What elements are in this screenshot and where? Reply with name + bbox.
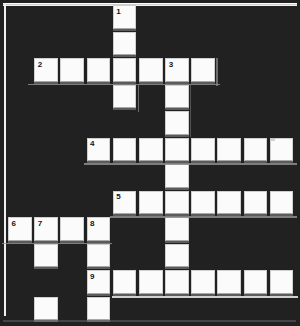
block-cell: [269, 110, 295, 137]
block-cell: [138, 110, 164, 137]
block-cell: [216, 4, 242, 31]
block-cell: [216, 163, 242, 190]
cell-face[interactable]: [191, 270, 215, 294]
block-cell: [164, 31, 190, 58]
block-cell: [216, 216, 242, 243]
cell-face[interactable]: [113, 270, 137, 294]
grid-cell-r0c4[interactable]: 1: [112, 4, 138, 31]
grid-cell-r9c6[interactable]: [164, 243, 190, 270]
block-cell: [269, 216, 295, 243]
block-cell: [190, 4, 216, 31]
grid-cell-r8c6[interactable]: [164, 216, 190, 243]
block-cell: [33, 110, 59, 137]
block-cell: [33, 137, 59, 164]
cell-face[interactable]: [191, 191, 215, 215]
block-cell: [269, 163, 295, 190]
grid-cell-r11c3[interactable]: [86, 296, 112, 323]
grid-cell-r2c3[interactable]: [86, 57, 112, 84]
cell-face[interactable]: 7: [34, 217, 58, 241]
grid-cell-r3c6[interactable]: [164, 84, 190, 111]
block-cell: [164, 296, 190, 323]
block-cell: [59, 163, 85, 190]
block-cell: [269, 296, 295, 323]
grid-cell-r7c7[interactable]: [190, 190, 216, 217]
grid-cell-r2c1[interactable]: 2: [33, 57, 59, 84]
clue-number-4: 4: [90, 139, 94, 148]
grid-cell-r5c3[interactable]: 4: [86, 137, 112, 164]
clue-number-5: 5: [116, 192, 120, 201]
clue-number-1: 1: [116, 7, 120, 16]
cell-face[interactable]: [87, 297, 111, 321]
cell-face[interactable]: [60, 217, 84, 241]
cell-face[interactable]: [191, 138, 215, 162]
block-cell: [7, 163, 33, 190]
scan-hairline-row8: [2, 243, 112, 245]
block-cell: [7, 296, 33, 323]
block-cell: [243, 110, 269, 137]
block-cell: [112, 163, 138, 190]
cell-face[interactable]: [165, 111, 189, 135]
grid-cell-r7c5[interactable]: [138, 190, 164, 217]
block-cell: [33, 4, 59, 31]
cell-face[interactable]: [139, 138, 163, 162]
grid-cell-r5c9[interactable]: [243, 137, 269, 164]
grid-cell-r8c0[interactable]: 6: [7, 216, 33, 243]
block-cell: [138, 163, 164, 190]
cell-face[interactable]: [139, 191, 163, 215]
cell-face[interactable]: 2: [34, 58, 58, 82]
block-cell: [243, 216, 269, 243]
grid-cell-r9c1[interactable]: [33, 243, 59, 270]
cell-face[interactable]: 8: [87, 217, 111, 241]
cell-face[interactable]: 4: [87, 138, 111, 162]
block-cell: [86, 84, 112, 111]
grid-cell-r7c6[interactable]: [164, 190, 190, 217]
block-cell: [243, 4, 269, 31]
block-cell: [59, 243, 85, 270]
grid-cell-r2c2[interactable]: [59, 57, 85, 84]
cell-face[interactable]: 6: [8, 217, 32, 241]
block-cell: [243, 57, 269, 84]
grid-cell-r1c4[interactable]: [112, 31, 138, 58]
block-cell: [190, 243, 216, 270]
grid-cell-r10c4[interactable]: [112, 269, 138, 296]
block-cell: [243, 31, 269, 58]
cell-face[interactable]: [244, 270, 268, 294]
cell-face[interactable]: [165, 244, 189, 268]
block-cell: [86, 4, 112, 31]
grid-cell-r10c8[interactable]: [216, 269, 242, 296]
cell-face[interactable]: [87, 58, 111, 82]
scan-smudge: [271, 138, 275, 141]
block-cell: [138, 216, 164, 243]
block-cell: [138, 4, 164, 31]
cell-face[interactable]: [165, 270, 189, 294]
cell-face[interactable]: [244, 138, 268, 162]
puzzle-frame-left: [4, 3, 6, 316]
cell-face[interactable]: 9: [87, 270, 111, 294]
cell-face[interactable]: [244, 191, 268, 215]
cell-face[interactable]: [191, 58, 215, 82]
block-cell: [269, 243, 295, 270]
grid-cell-r7c9[interactable]: [243, 190, 269, 217]
grid-cell-r10c3[interactable]: 9: [86, 269, 112, 296]
cell-face[interactable]: [139, 270, 163, 294]
block-cell: [138, 243, 164, 270]
block-cell: [112, 296, 138, 323]
block-cell: [59, 4, 85, 31]
block-cell: [269, 31, 295, 58]
scan-hairline-col6: [190, 85, 192, 137]
cell-face[interactable]: [165, 138, 189, 162]
block-cell: [216, 31, 242, 58]
cell-face[interactable]: 5: [113, 191, 137, 215]
cell-face[interactable]: [165, 164, 189, 188]
cell-face[interactable]: [270, 191, 294, 215]
cell-face[interactable]: [113, 32, 137, 56]
block-cell: [7, 84, 33, 111]
block-cell: [269, 57, 295, 84]
block-cell: [86, 190, 112, 217]
grid-cell-r2c7[interactable]: [190, 57, 216, 84]
cell-face[interactable]: [165, 85, 189, 109]
grid-cell-r2c6[interactable]: 3: [164, 57, 190, 84]
grid-cell-r7c10[interactable]: [269, 190, 295, 217]
block-cell: [86, 110, 112, 137]
grid-cell-r6c6[interactable]: [164, 163, 190, 190]
block-cell: [190, 84, 216, 111]
block-cell: [7, 243, 33, 270]
block-cell: [190, 296, 216, 323]
clue-number-6: 6: [12, 219, 16, 228]
block-cell: [269, 84, 295, 111]
block-cell: [33, 31, 59, 58]
grid-cell-r11c1[interactable]: [33, 296, 59, 323]
block-cell: [59, 190, 85, 217]
clue-number-7: 7: [38, 219, 42, 228]
block-cell: [243, 296, 269, 323]
block-cell: [33, 84, 59, 111]
block-cell: [33, 269, 59, 296]
grid-cell-r7c8[interactable]: [216, 190, 242, 217]
block-cell: [243, 84, 269, 111]
cell-face[interactable]: [113, 85, 137, 109]
cell-face[interactable]: [217, 191, 241, 215]
block-cell: [86, 31, 112, 58]
block-cell: [59, 84, 85, 111]
clue-number-2: 2: [38, 60, 42, 69]
block-cell: [190, 110, 216, 137]
scan-hairline-row7: [110, 216, 297, 218]
cell-face[interactable]: [165, 191, 189, 215]
block-cell: [138, 31, 164, 58]
block-cell: [243, 163, 269, 190]
block-cell: [190, 216, 216, 243]
block-cell: [190, 31, 216, 58]
block-cell: [7, 31, 33, 58]
block-cell: [216, 57, 242, 84]
block-cell: [112, 216, 138, 243]
block-cell: [216, 243, 242, 270]
block-cell: [190, 163, 216, 190]
grid-cell-r5c7[interactable]: [190, 137, 216, 164]
block-cell: [59, 269, 85, 296]
block-cell: [243, 243, 269, 270]
clue-number-3: 3: [169, 60, 173, 69]
block-cell: [7, 190, 33, 217]
block-cell: [7, 110, 33, 137]
grid-cell-r3c4[interactable]: [112, 84, 138, 111]
block-cell: [86, 163, 112, 190]
cell-face[interactable]: [217, 270, 241, 294]
block-cell: [7, 269, 33, 296]
cell-face[interactable]: [139, 58, 163, 82]
block-cell: [7, 4, 33, 31]
block-cell: [164, 4, 190, 31]
grid-cell-r10c9[interactable]: [243, 269, 269, 296]
scan-hairline-row5: [84, 163, 297, 165]
block-cell: [112, 243, 138, 270]
grid-cell-r2c4[interactable]: [112, 57, 138, 84]
block-cell: [59, 110, 85, 137]
scan-hairline-col4: [138, 85, 140, 112]
block-cell: [216, 110, 242, 137]
grid-cell-r4c6[interactable]: [164, 110, 190, 137]
clue-number-9: 9: [90, 272, 94, 281]
grid-cell-r5c5[interactable]: [138, 137, 164, 164]
block-cell: [7, 57, 33, 84]
cell-face[interactable]: [165, 217, 189, 241]
crossword-puzzle-scan: 123456789: [0, 0, 300, 326]
cell-face[interactable]: [113, 138, 137, 162]
grid-cell-r5c8[interactable]: [216, 137, 242, 164]
grid-cell-r8c3[interactable]: 8: [86, 216, 112, 243]
scan-hairline-row10: [112, 296, 298, 298]
cell-face[interactable]: [34, 297, 58, 321]
grid-cell-r7c4[interactable]: 5: [112, 190, 138, 217]
block-cell: [7, 137, 33, 164]
cell-face[interactable]: [217, 138, 241, 162]
block-cell: [138, 296, 164, 323]
scan-hairline-row2: [28, 84, 220, 86]
grid-cell-r10c6[interactable]: [164, 269, 190, 296]
cell-face[interactable]: [34, 244, 58, 268]
scan-hairline-col7: [216, 58, 218, 86]
cell-face[interactable]: [113, 58, 137, 82]
grid-cell-r10c10[interactable]: [269, 269, 295, 296]
grid-cell-r9c3[interactable]: [86, 243, 112, 270]
cell-face[interactable]: [60, 58, 84, 82]
block-cell: [269, 4, 295, 31]
block-cell: [216, 84, 242, 111]
block-cell: [138, 84, 164, 111]
clue-number-8: 8: [90, 219, 94, 228]
block-cell: [59, 137, 85, 164]
block-cell: [33, 190, 59, 217]
cell-face[interactable]: [270, 270, 294, 294]
cell-face[interactable]: 3: [165, 58, 189, 82]
cell-face[interactable]: [87, 244, 111, 268]
block-cell: [216, 296, 242, 323]
cell-face[interactable]: [270, 138, 294, 162]
grid-cell-r10c5[interactable]: [138, 269, 164, 296]
grid-cell-r5c6[interactable]: [164, 137, 190, 164]
grid-cell-r10c7[interactable]: [190, 269, 216, 296]
block-cell: [59, 31, 85, 58]
grid-cell-r5c4[interactable]: [112, 137, 138, 164]
cell-face[interactable]: 1: [113, 5, 137, 29]
grid-cell-r8c1[interactable]: 7: [33, 216, 59, 243]
block-cell: [33, 163, 59, 190]
block-cell: [112, 110, 138, 137]
grid-cell-r8c2[interactable]: [59, 216, 85, 243]
block-cell: [59, 296, 85, 323]
grid-cell-r2c5[interactable]: [138, 57, 164, 84]
